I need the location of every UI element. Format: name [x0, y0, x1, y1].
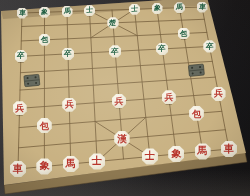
han-horse[interactable]: 馬	[195, 143, 211, 159]
piece-glyph: 兵	[115, 97, 124, 106]
han-cannon[interactable]: 包	[37, 118, 52, 133]
han-guard[interactable]: 士	[142, 148, 158, 164]
piece-glyph: 卒	[111, 47, 119, 55]
han-elephant[interactable]: 象	[168, 146, 184, 162]
piece-glyph: 車	[198, 3, 205, 10]
piece-glyph: 兵	[65, 100, 74, 109]
piece-glyph: 兵	[15, 104, 24, 113]
piece-glyph: 包	[41, 36, 49, 44]
piece-glyph: 士	[145, 151, 155, 161]
piece-glyph: 馬	[63, 8, 70, 15]
piece-glyph: 包	[40, 121, 49, 130]
piece-glyph: 楚	[109, 19, 117, 27]
piece-glyph: 士	[86, 7, 93, 14]
piece-glyph: 車	[13, 164, 23, 174]
cho-general[interactable]: 楚	[107, 17, 118, 28]
piece-glyph: 馬	[198, 146, 208, 156]
pieces-layer: 車象馬士士象馬車楚包包卒卒卒卒卒兵兵兵兵兵包包漢車象馬士士象馬車	[0, 0, 250, 196]
piece-glyph: 車	[18, 9, 25, 16]
han-guard[interactable]: 士	[89, 153, 105, 169]
piece-glyph: 象	[171, 149, 181, 159]
photo-scene: 車象馬士士象馬車楚包包卒卒卒卒卒兵兵兵兵兵包包漢車象馬士士象馬車	[0, 0, 250, 196]
han-chariot[interactable]: 車	[221, 141, 237, 157]
piece-glyph: 漢	[117, 134, 127, 144]
cho-soldier[interactable]: 卒	[203, 40, 215, 52]
piece-glyph: 士	[131, 6, 138, 13]
cho-cannon[interactable]: 包	[178, 28, 190, 40]
piece-glyph: 包	[192, 109, 201, 118]
han-soldier[interactable]: 兵	[13, 101, 27, 115]
han-chariot[interactable]: 車	[10, 161, 26, 177]
piece-glyph: 卒	[17, 52, 25, 60]
han-soldier[interactable]: 兵	[211, 87, 225, 101]
han-horse[interactable]: 馬	[63, 156, 79, 172]
cho-elephant[interactable]: 象	[39, 7, 50, 18]
cho-guard[interactable]: 士	[84, 5, 95, 16]
piece-glyph: 卒	[205, 42, 213, 50]
han-soldier[interactable]: 兵	[162, 90, 176, 104]
cho-soldier[interactable]: 卒	[62, 48, 74, 60]
han-cannon[interactable]: 包	[189, 106, 204, 121]
han-soldier[interactable]: 兵	[62, 98, 76, 112]
han-general[interactable]: 漢	[114, 131, 130, 147]
piece-glyph: 兵	[214, 89, 223, 98]
piece-glyph: 車	[224, 144, 234, 154]
cho-horse[interactable]: 馬	[174, 2, 185, 13]
piece-glyph: 卒	[158, 45, 166, 53]
piece-glyph: 兵	[164, 93, 173, 102]
cho-horse[interactable]: 馬	[62, 6, 73, 17]
cho-soldier[interactable]: 卒	[15, 50, 27, 62]
cho-cannon[interactable]: 包	[39, 34, 51, 46]
piece-glyph: 卒	[64, 50, 72, 58]
cho-chariot[interactable]: 車	[17, 8, 28, 19]
piece-glyph: 象	[153, 5, 160, 12]
piece-glyph: 包	[180, 29, 188, 37]
han-elephant[interactable]: 象	[36, 158, 52, 174]
cho-soldier[interactable]: 卒	[109, 45, 121, 57]
piece-glyph: 馬	[66, 159, 76, 169]
cho-elephant[interactable]: 象	[152, 3, 163, 14]
piece-glyph: 士	[92, 156, 102, 166]
cho-chariot[interactable]: 車	[197, 2, 208, 13]
cho-soldier[interactable]: 卒	[156, 43, 168, 55]
han-soldier[interactable]: 兵	[112, 94, 126, 108]
piece-glyph: 馬	[176, 4, 183, 11]
cho-guard[interactable]: 士	[129, 4, 140, 15]
piece-glyph: 象	[41, 9, 48, 16]
piece-glyph: 象	[39, 161, 49, 171]
